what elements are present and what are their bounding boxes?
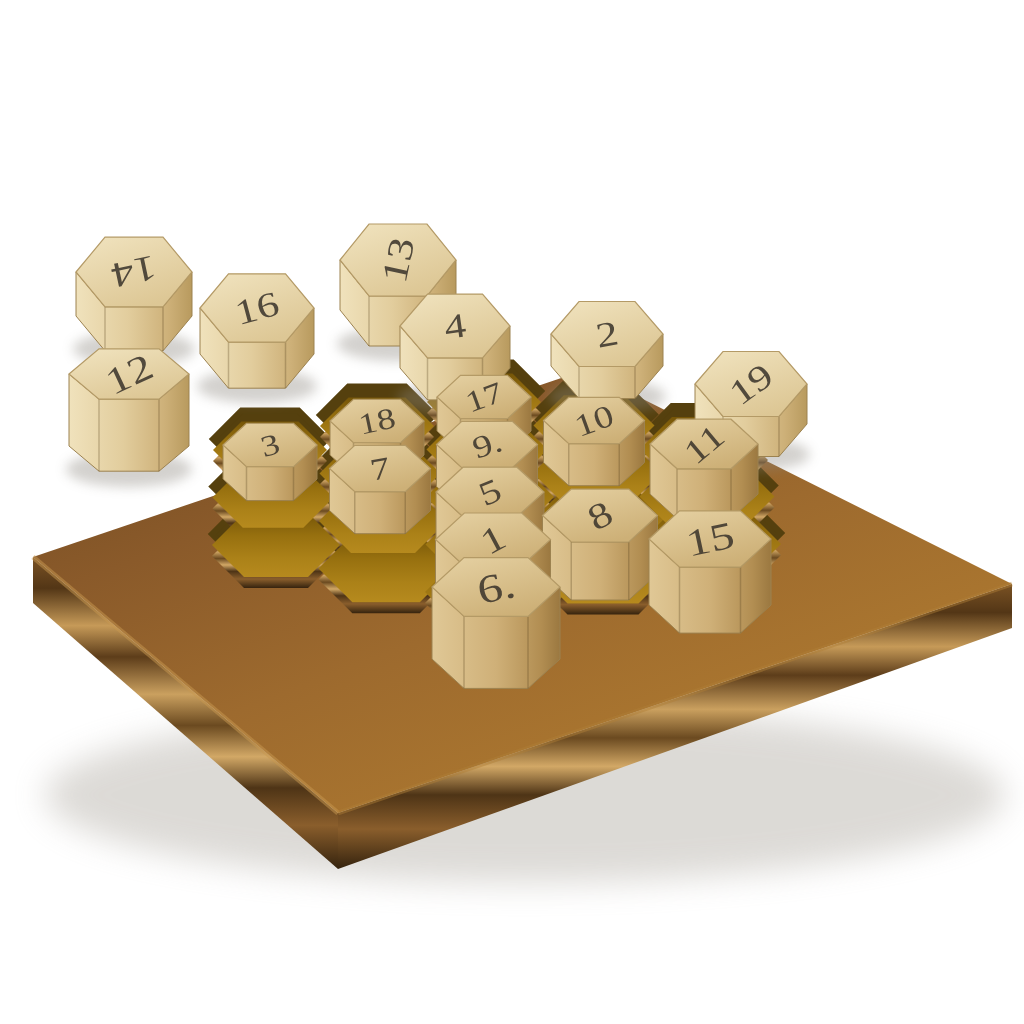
piece-7[interactable]: 7 xyxy=(330,445,431,533)
piece-16[interactable]: 16 xyxy=(200,274,314,388)
piece-12[interactable]: 12 xyxy=(69,345,189,471)
scene-svg: 131416421219 171018119.37581516. xyxy=(0,0,1024,1024)
piece-15[interactable]: 15 xyxy=(649,511,771,633)
piece-2[interactable]: 2 xyxy=(551,302,663,399)
piece-3[interactable]: 3 xyxy=(223,423,317,500)
piece-10[interactable]: 10 xyxy=(544,397,645,485)
piece-11[interactable]: 11 xyxy=(650,417,758,519)
piece-6[interactable]: 6. xyxy=(432,558,560,689)
piece-8[interactable]: 8 xyxy=(543,489,658,600)
piece-14[interactable]: 14 xyxy=(76,237,192,351)
product-photo-stage: 131416421219 171018119.37581516. xyxy=(0,0,1024,1024)
